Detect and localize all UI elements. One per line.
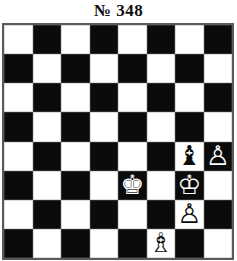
puzzle-number-title: № 348 (0, 0, 237, 22)
square-f4[interactable] (147, 142, 176, 171)
square-a1[interactable] (4, 229, 33, 258)
square-c8[interactable] (61, 25, 90, 54)
square-g6[interactable] (175, 83, 204, 112)
square-e5[interactable] (118, 112, 147, 141)
black-pawn: ♙ (206, 142, 230, 169)
square-e2[interactable] (118, 200, 147, 229)
square-e3[interactable]: ♚ (118, 171, 147, 200)
square-b8[interactable] (33, 25, 62, 54)
square-g3[interactable]: ♔ (175, 171, 204, 200)
square-f1[interactable]: ♗ (147, 229, 176, 258)
square-f5[interactable] (147, 112, 176, 141)
square-b5[interactable] (33, 112, 62, 141)
square-a6[interactable] (4, 83, 33, 112)
square-c1[interactable] (61, 229, 90, 258)
square-d4[interactable] (90, 142, 119, 171)
square-f2[interactable] (147, 200, 176, 229)
white-pawn: ♙ (177, 200, 201, 227)
square-f7[interactable] (147, 54, 176, 83)
square-d7[interactable] (90, 54, 119, 83)
square-d2[interactable] (90, 200, 119, 229)
square-a8[interactable] (4, 25, 33, 54)
square-b2[interactable] (33, 200, 62, 229)
square-h4[interactable]: ♙ (204, 142, 233, 171)
square-e7[interactable] (118, 54, 147, 83)
square-d1[interactable] (90, 229, 119, 258)
square-c7[interactable] (61, 54, 90, 83)
square-e4[interactable] (118, 142, 147, 171)
square-f6[interactable] (147, 83, 176, 112)
square-c4[interactable] (61, 142, 90, 171)
square-c3[interactable] (61, 171, 90, 200)
square-b6[interactable] (33, 83, 62, 112)
white-bishop: ♗ (149, 229, 173, 256)
square-e6[interactable] (118, 83, 147, 112)
square-a3[interactable] (4, 171, 33, 200)
square-g2[interactable]: ♙ (175, 200, 204, 229)
square-e1[interactable] (118, 229, 147, 258)
square-a2[interactable] (4, 200, 33, 229)
square-h1[interactable] (204, 229, 233, 258)
square-e8[interactable] (118, 25, 147, 54)
square-f3[interactable] (147, 171, 176, 200)
square-d5[interactable] (90, 112, 119, 141)
square-g1[interactable] (175, 229, 204, 258)
black-bishop: ♝ (177, 142, 201, 169)
square-a7[interactable] (4, 54, 33, 83)
square-a5[interactable] (4, 112, 33, 141)
square-h5[interactable] (204, 112, 233, 141)
square-h2[interactable] (204, 200, 233, 229)
square-g5[interactable] (175, 112, 204, 141)
square-g4[interactable]: ♝ (175, 142, 204, 171)
white-king: ♚ (120, 171, 144, 198)
square-b7[interactable] (33, 54, 62, 83)
square-h3[interactable] (204, 171, 233, 200)
square-c2[interactable] (61, 200, 90, 229)
square-d8[interactable] (90, 25, 119, 54)
square-b1[interactable] (33, 229, 62, 258)
black-king: ♔ (177, 171, 201, 198)
square-b4[interactable] (33, 142, 62, 171)
square-h6[interactable] (204, 83, 233, 112)
square-d6[interactable] (90, 83, 119, 112)
square-h8[interactable] (204, 25, 233, 54)
square-g7[interactable] (175, 54, 204, 83)
square-f8[interactable] (147, 25, 176, 54)
square-c5[interactable] (61, 112, 90, 141)
square-b3[interactable] (33, 171, 62, 200)
chess-board: ♝♙♚♔♙♗ (2, 23, 234, 260)
square-g8[interactable] (175, 25, 204, 54)
square-h7[interactable] (204, 54, 233, 83)
square-c6[interactable] (61, 83, 90, 112)
square-d3[interactable] (90, 171, 119, 200)
square-a4[interactable] (4, 142, 33, 171)
